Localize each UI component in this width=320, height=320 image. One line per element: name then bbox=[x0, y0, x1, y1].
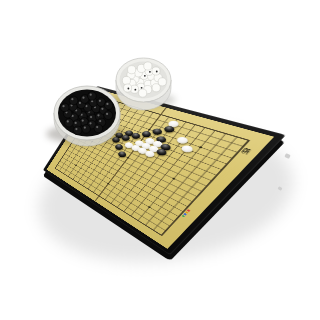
stone-white[interactable] bbox=[175, 136, 189, 145]
white-stones-bowl[interactable] bbox=[114, 55, 173, 115]
stone-black[interactable] bbox=[140, 130, 152, 138]
white-bowl-graphic bbox=[114, 55, 173, 111]
hinge-clasp-icon bbox=[284, 153, 290, 159]
black-bowl-graphic bbox=[52, 82, 122, 148]
product-photo-canvas: 围棋 bbox=[0, 0, 320, 320]
black-stones-bowl[interactable] bbox=[52, 82, 122, 152]
stone-white[interactable] bbox=[180, 144, 195, 153]
stone-black[interactable] bbox=[151, 127, 164, 135]
stone-black[interactable] bbox=[130, 132, 141, 140]
